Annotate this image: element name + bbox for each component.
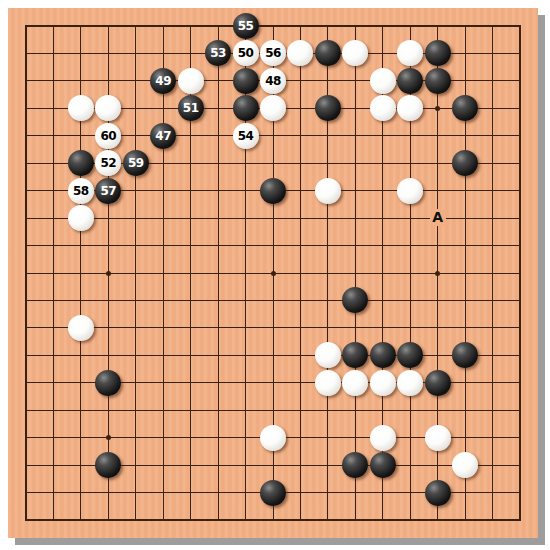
white-stone[interactable] [397,95,423,121]
move-number-label: 52 [95,150,121,176]
white-stone[interactable] [68,205,94,231]
black-stone[interactable] [342,452,368,478]
black-stone[interactable] [425,370,451,396]
grid-line-horizontal [25,327,521,328]
white-stone[interactable] [178,68,204,94]
black-stone[interactable] [370,452,396,478]
move-number-label: 58 [68,178,94,204]
black-stone[interactable] [260,480,286,506]
grid-line-horizontal [25,355,521,356]
black-stone[interactable] [425,480,451,506]
page: 5553505649485160475452595857A [0,0,550,550]
white-stone[interactable] [397,40,423,66]
star-point [435,271,440,276]
black-stone[interactable] [452,342,478,368]
black-stone[interactable] [233,95,259,121]
move-number-label: 54 [233,123,259,149]
black-stone[interactable] [425,40,451,66]
black-stone[interactable] [342,342,368,368]
move-number-label: 60 [95,123,121,149]
white-stone[interactable] [315,370,341,396]
black-stone[interactable]: 49 [150,68,176,94]
star-point [106,435,111,440]
white-stone[interactable] [342,40,368,66]
black-stone[interactable]: 57 [95,178,121,204]
move-number-label: 59 [123,150,149,176]
white-stone[interactable] [452,452,478,478]
grid-line-vertical [519,25,521,521]
white-stone[interactable]: 54 [233,123,259,149]
white-stone[interactable] [68,315,94,341]
black-stone[interactable] [315,40,341,66]
white-stone[interactable] [287,40,313,66]
grid-line-vertical [492,25,493,521]
black-stone[interactable] [425,68,451,94]
move-number-label: 56 [260,40,286,66]
star-point [106,271,111,276]
move-number-label: 49 [150,68,176,94]
black-stone[interactable] [397,342,423,368]
white-stone[interactable] [370,425,396,451]
white-stone[interactable] [68,95,94,121]
black-stone[interactable] [397,68,423,94]
move-number-label: 55 [233,13,259,39]
black-stone[interactable]: 47 [150,123,176,149]
black-stone[interactable] [342,287,368,313]
black-stone[interactable] [95,370,121,396]
white-stone[interactable] [315,178,341,204]
move-number-label: 47 [150,123,176,149]
move-number-label: 53 [205,40,231,66]
black-stone[interactable] [95,452,121,478]
white-stone[interactable] [260,95,286,121]
white-stone[interactable]: 60 [95,123,121,149]
grid-line-vertical [300,25,301,521]
move-number-label: 50 [233,40,259,66]
white-stone[interactable]: 56 [260,40,286,66]
move-number-label: 57 [95,178,121,204]
white-stone[interactable] [370,370,396,396]
black-stone[interactable] [68,150,94,176]
grid-line-horizontal [25,410,521,411]
white-stone[interactable]: 50 [233,40,259,66]
white-stone[interactable] [260,425,286,451]
white-stone[interactable]: 52 [95,150,121,176]
white-stone[interactable] [370,95,396,121]
star-point [435,106,440,111]
white-stone[interactable] [342,370,368,396]
grid-line-horizontal [25,519,521,521]
black-stone[interactable]: 51 [178,95,204,121]
grid-line-horizontal [25,300,521,301]
star-point [271,271,276,276]
white-stone[interactable] [397,370,423,396]
black-stone[interactable] [452,150,478,176]
white-stone[interactable]: 48 [260,68,286,94]
black-stone[interactable]: 59 [123,150,149,176]
white-stone[interactable]: 58 [68,178,94,204]
black-stone[interactable] [260,178,286,204]
move-number-label: 48 [260,68,286,94]
white-stone[interactable] [370,68,396,94]
black-stone[interactable] [452,95,478,121]
white-stone[interactable] [397,178,423,204]
point-label-A[interactable]: A [430,209,446,226]
black-stone[interactable]: 53 [205,40,231,66]
white-stone[interactable] [95,95,121,121]
white-stone[interactable] [425,425,451,451]
black-stone[interactable] [370,342,396,368]
goban[interactable]: 5553505649485160475452595857A [8,8,538,538]
black-stone[interactable] [233,68,259,94]
grid-line-vertical [355,25,356,521]
black-stone[interactable]: 55 [233,13,259,39]
black-stone[interactable] [315,95,341,121]
white-stone[interactable] [315,342,341,368]
move-number-label: 51 [178,95,204,121]
